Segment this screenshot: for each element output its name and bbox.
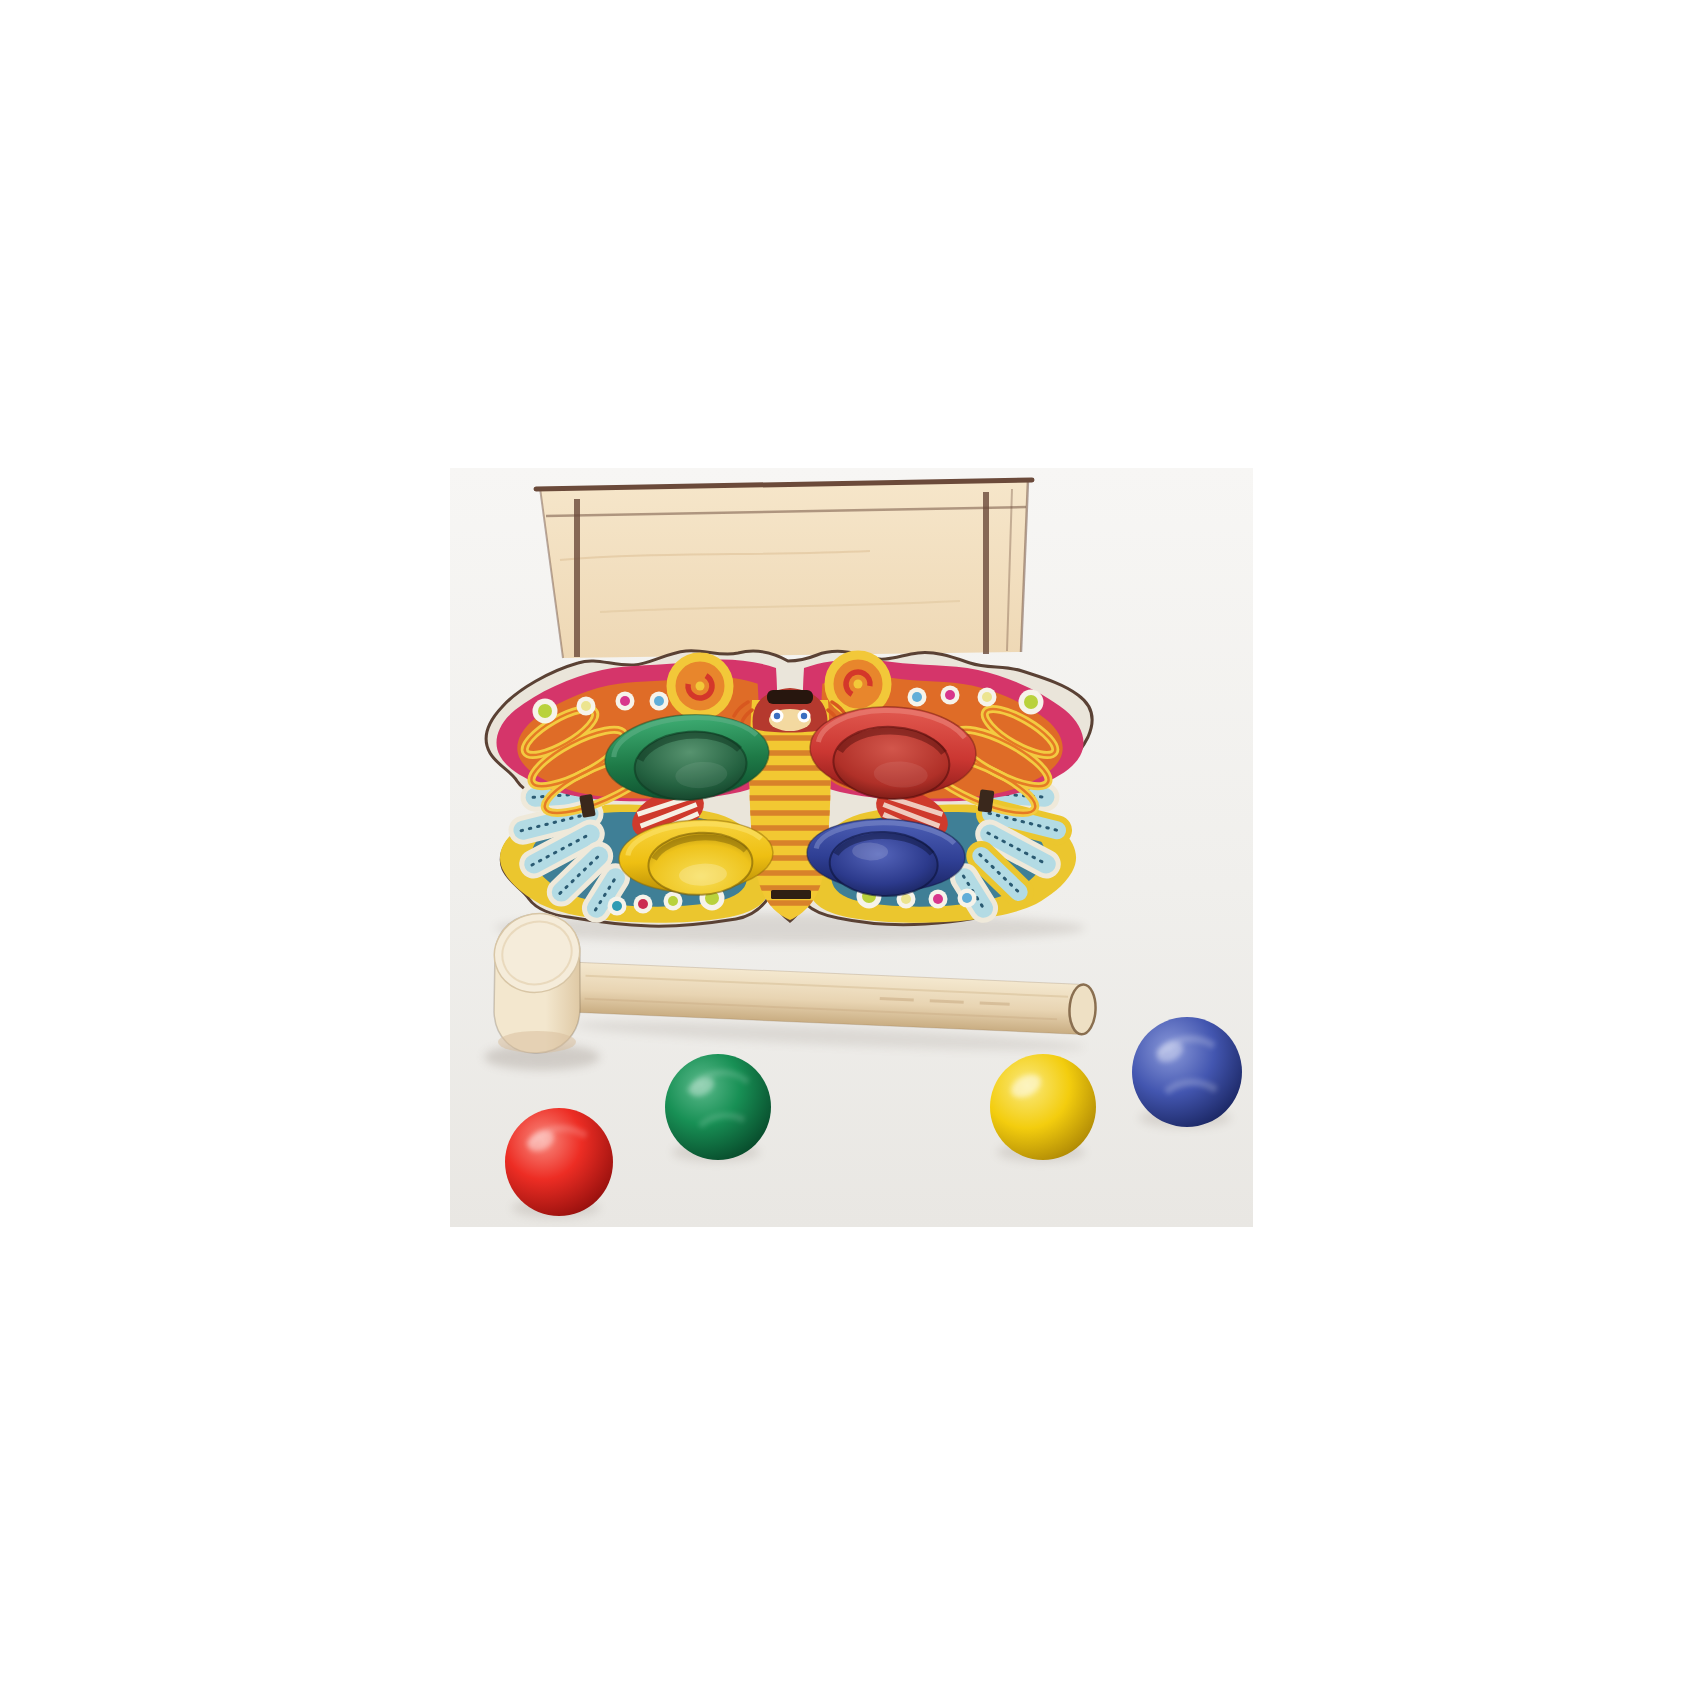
ball-yellow — [990, 1054, 1096, 1160]
body-label-plaque — [771, 890, 811, 899]
ball-blue — [1132, 1017, 1242, 1127]
mallet-handle-end — [1068, 984, 1096, 1035]
antenna-sun-left — [671, 657, 729, 715]
wooden-box — [536, 479, 1032, 658]
bee-eye-right — [801, 713, 807, 719]
box-lid — [540, 479, 1028, 658]
toy-photo — [0, 0, 1700, 1700]
photo-canvas — [0, 0, 1700, 1700]
ball-red — [505, 1108, 613, 1216]
butterfly-board — [486, 651, 1092, 926]
bee-eye-left — [774, 713, 780, 719]
